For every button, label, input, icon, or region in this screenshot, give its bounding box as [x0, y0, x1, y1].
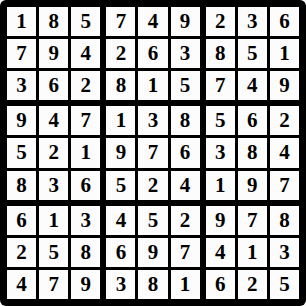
box-r1c2: 749263815 — [106, 7, 199, 100]
cell-r8c7[interactable]: 4 — [206, 238, 235, 267]
cell-r7c9[interactable]: 8 — [270, 206, 299, 235]
cell-r2c7[interactable]: 8 — [206, 39, 235, 68]
cell-r5c3[interactable]: 1 — [71, 138, 100, 167]
cell-r1c6[interactable]: 9 — [171, 7, 200, 36]
cell-r4c2[interactable]: 4 — [39, 106, 68, 135]
cell-r7c3[interactable]: 3 — [71, 206, 100, 235]
cell-r6c9[interactable]: 7 — [270, 171, 299, 200]
cell-r4c4[interactable]: 1 — [106, 106, 135, 135]
cell-r8c9[interactable]: 3 — [270, 238, 299, 267]
cell-r3c1[interactable]: 3 — [7, 71, 36, 100]
cell-r6c8[interactable]: 9 — [238, 171, 267, 200]
cell-r4c9[interactable]: 2 — [270, 106, 299, 135]
cell-r9c4[interactable]: 3 — [106, 270, 135, 299]
cell-r5c1[interactable]: 5 — [7, 138, 36, 167]
cell-r2c4[interactable]: 2 — [106, 39, 135, 68]
cell-r3c3[interactable]: 2 — [71, 71, 100, 100]
cell-r2c3[interactable]: 4 — [71, 39, 100, 68]
box-r2c2: 138976524 — [106, 106, 199, 199]
cell-r1c8[interactable]: 3 — [238, 7, 267, 36]
cell-r4c7[interactable]: 5 — [206, 106, 235, 135]
cell-r2c1[interactable]: 7 — [7, 39, 36, 68]
cell-r1c4[interactable]: 7 — [106, 7, 135, 36]
cell-r4c8[interactable]: 6 — [238, 106, 267, 135]
cell-r8c8[interactable]: 1 — [238, 238, 267, 267]
cell-r7c8[interactable]: 7 — [238, 206, 267, 235]
cell-r3c2[interactable]: 6 — [39, 71, 68, 100]
cell-r1c9[interactable]: 6 — [270, 7, 299, 36]
cell-r3c9[interactable]: 9 — [270, 71, 299, 100]
cell-r9c6[interactable]: 1 — [171, 270, 200, 299]
cell-r6c5[interactable]: 2 — [138, 171, 167, 200]
cell-r5c2[interactable]: 2 — [39, 138, 68, 167]
cell-r9c9[interactable]: 5 — [270, 270, 299, 299]
cell-r9c5[interactable]: 8 — [138, 270, 167, 299]
cell-r2c6[interactable]: 3 — [171, 39, 200, 68]
cell-r3c4[interactable]: 8 — [106, 71, 135, 100]
cell-r8c2[interactable]: 5 — [39, 238, 68, 267]
box-r3c2: 452697381 — [106, 206, 199, 299]
cell-r9c2[interactable]: 7 — [39, 270, 68, 299]
cell-r5c5[interactable]: 7 — [138, 138, 167, 167]
cell-r7c6[interactable]: 2 — [171, 206, 200, 235]
cell-r7c4[interactable]: 4 — [106, 206, 135, 235]
cell-r2c9[interactable]: 1 — [270, 39, 299, 68]
cell-r8c3[interactable]: 8 — [71, 238, 100, 267]
cell-r6c4[interactable]: 5 — [106, 171, 135, 200]
cell-r3c6[interactable]: 5 — [171, 71, 200, 100]
cell-r9c1[interactable]: 4 — [7, 270, 36, 299]
cell-r7c5[interactable]: 5 — [138, 206, 167, 235]
cell-r4c6[interactable]: 8 — [171, 106, 200, 135]
cell-r9c8[interactable]: 2 — [238, 270, 267, 299]
cell-r4c1[interactable]: 9 — [7, 106, 36, 135]
box-r2c3: 562384197 — [206, 106, 299, 199]
cell-r8c5[interactable]: 9 — [138, 238, 167, 267]
cell-r5c8[interactable]: 8 — [238, 138, 267, 167]
cell-r5c9[interactable]: 4 — [270, 138, 299, 167]
cell-r5c6[interactable]: 6 — [171, 138, 200, 167]
cell-r2c5[interactable]: 6 — [138, 39, 167, 68]
cell-r7c1[interactable]: 6 — [7, 206, 36, 235]
box-r3c1: 613258479 — [7, 206, 100, 299]
box-r1c3: 236851749 — [206, 7, 299, 100]
cell-r8c4[interactable]: 6 — [106, 238, 135, 267]
cell-r6c7[interactable]: 1 — [206, 171, 235, 200]
cell-r1c3[interactable]: 5 — [71, 7, 100, 36]
cell-r7c2[interactable]: 1 — [39, 206, 68, 235]
cell-r4c3[interactable]: 7 — [71, 106, 100, 135]
cell-r6c1[interactable]: 8 — [7, 171, 36, 200]
cell-r9c3[interactable]: 9 — [71, 270, 100, 299]
box-r3c3: 978413625 — [206, 206, 299, 299]
box-r2c1: 947521836 — [7, 106, 100, 199]
box-r1c1: 185794362 — [7, 7, 100, 100]
cell-r6c3[interactable]: 6 — [71, 171, 100, 200]
cell-r3c8[interactable]: 4 — [238, 71, 267, 100]
sudoku-board: 1857943627492638152368517499475218361389… — [0, 0, 306, 306]
cell-r5c4[interactable]: 9 — [106, 138, 135, 167]
cell-r3c5[interactable]: 1 — [138, 71, 167, 100]
cell-r9c7[interactable]: 6 — [206, 270, 235, 299]
cell-r2c2[interactable]: 9 — [39, 39, 68, 68]
cell-r1c2[interactable]: 8 — [39, 7, 68, 36]
cell-r7c7[interactable]: 9 — [206, 206, 235, 235]
cell-r6c6[interactable]: 4 — [171, 171, 200, 200]
cell-r8c6[interactable]: 7 — [171, 238, 200, 267]
cell-r3c7[interactable]: 7 — [206, 71, 235, 100]
cell-r2c8[interactable]: 5 — [238, 39, 267, 68]
cell-r6c2[interactable]: 3 — [39, 171, 68, 200]
cell-r1c7[interactable]: 2 — [206, 7, 235, 36]
cell-r8c1[interactable]: 2 — [7, 238, 36, 267]
cell-r4c5[interactable]: 3 — [138, 106, 167, 135]
cell-r1c1[interactable]: 1 — [7, 7, 36, 36]
cell-r1c5[interactable]: 4 — [138, 7, 167, 36]
cell-r5c7[interactable]: 3 — [206, 138, 235, 167]
